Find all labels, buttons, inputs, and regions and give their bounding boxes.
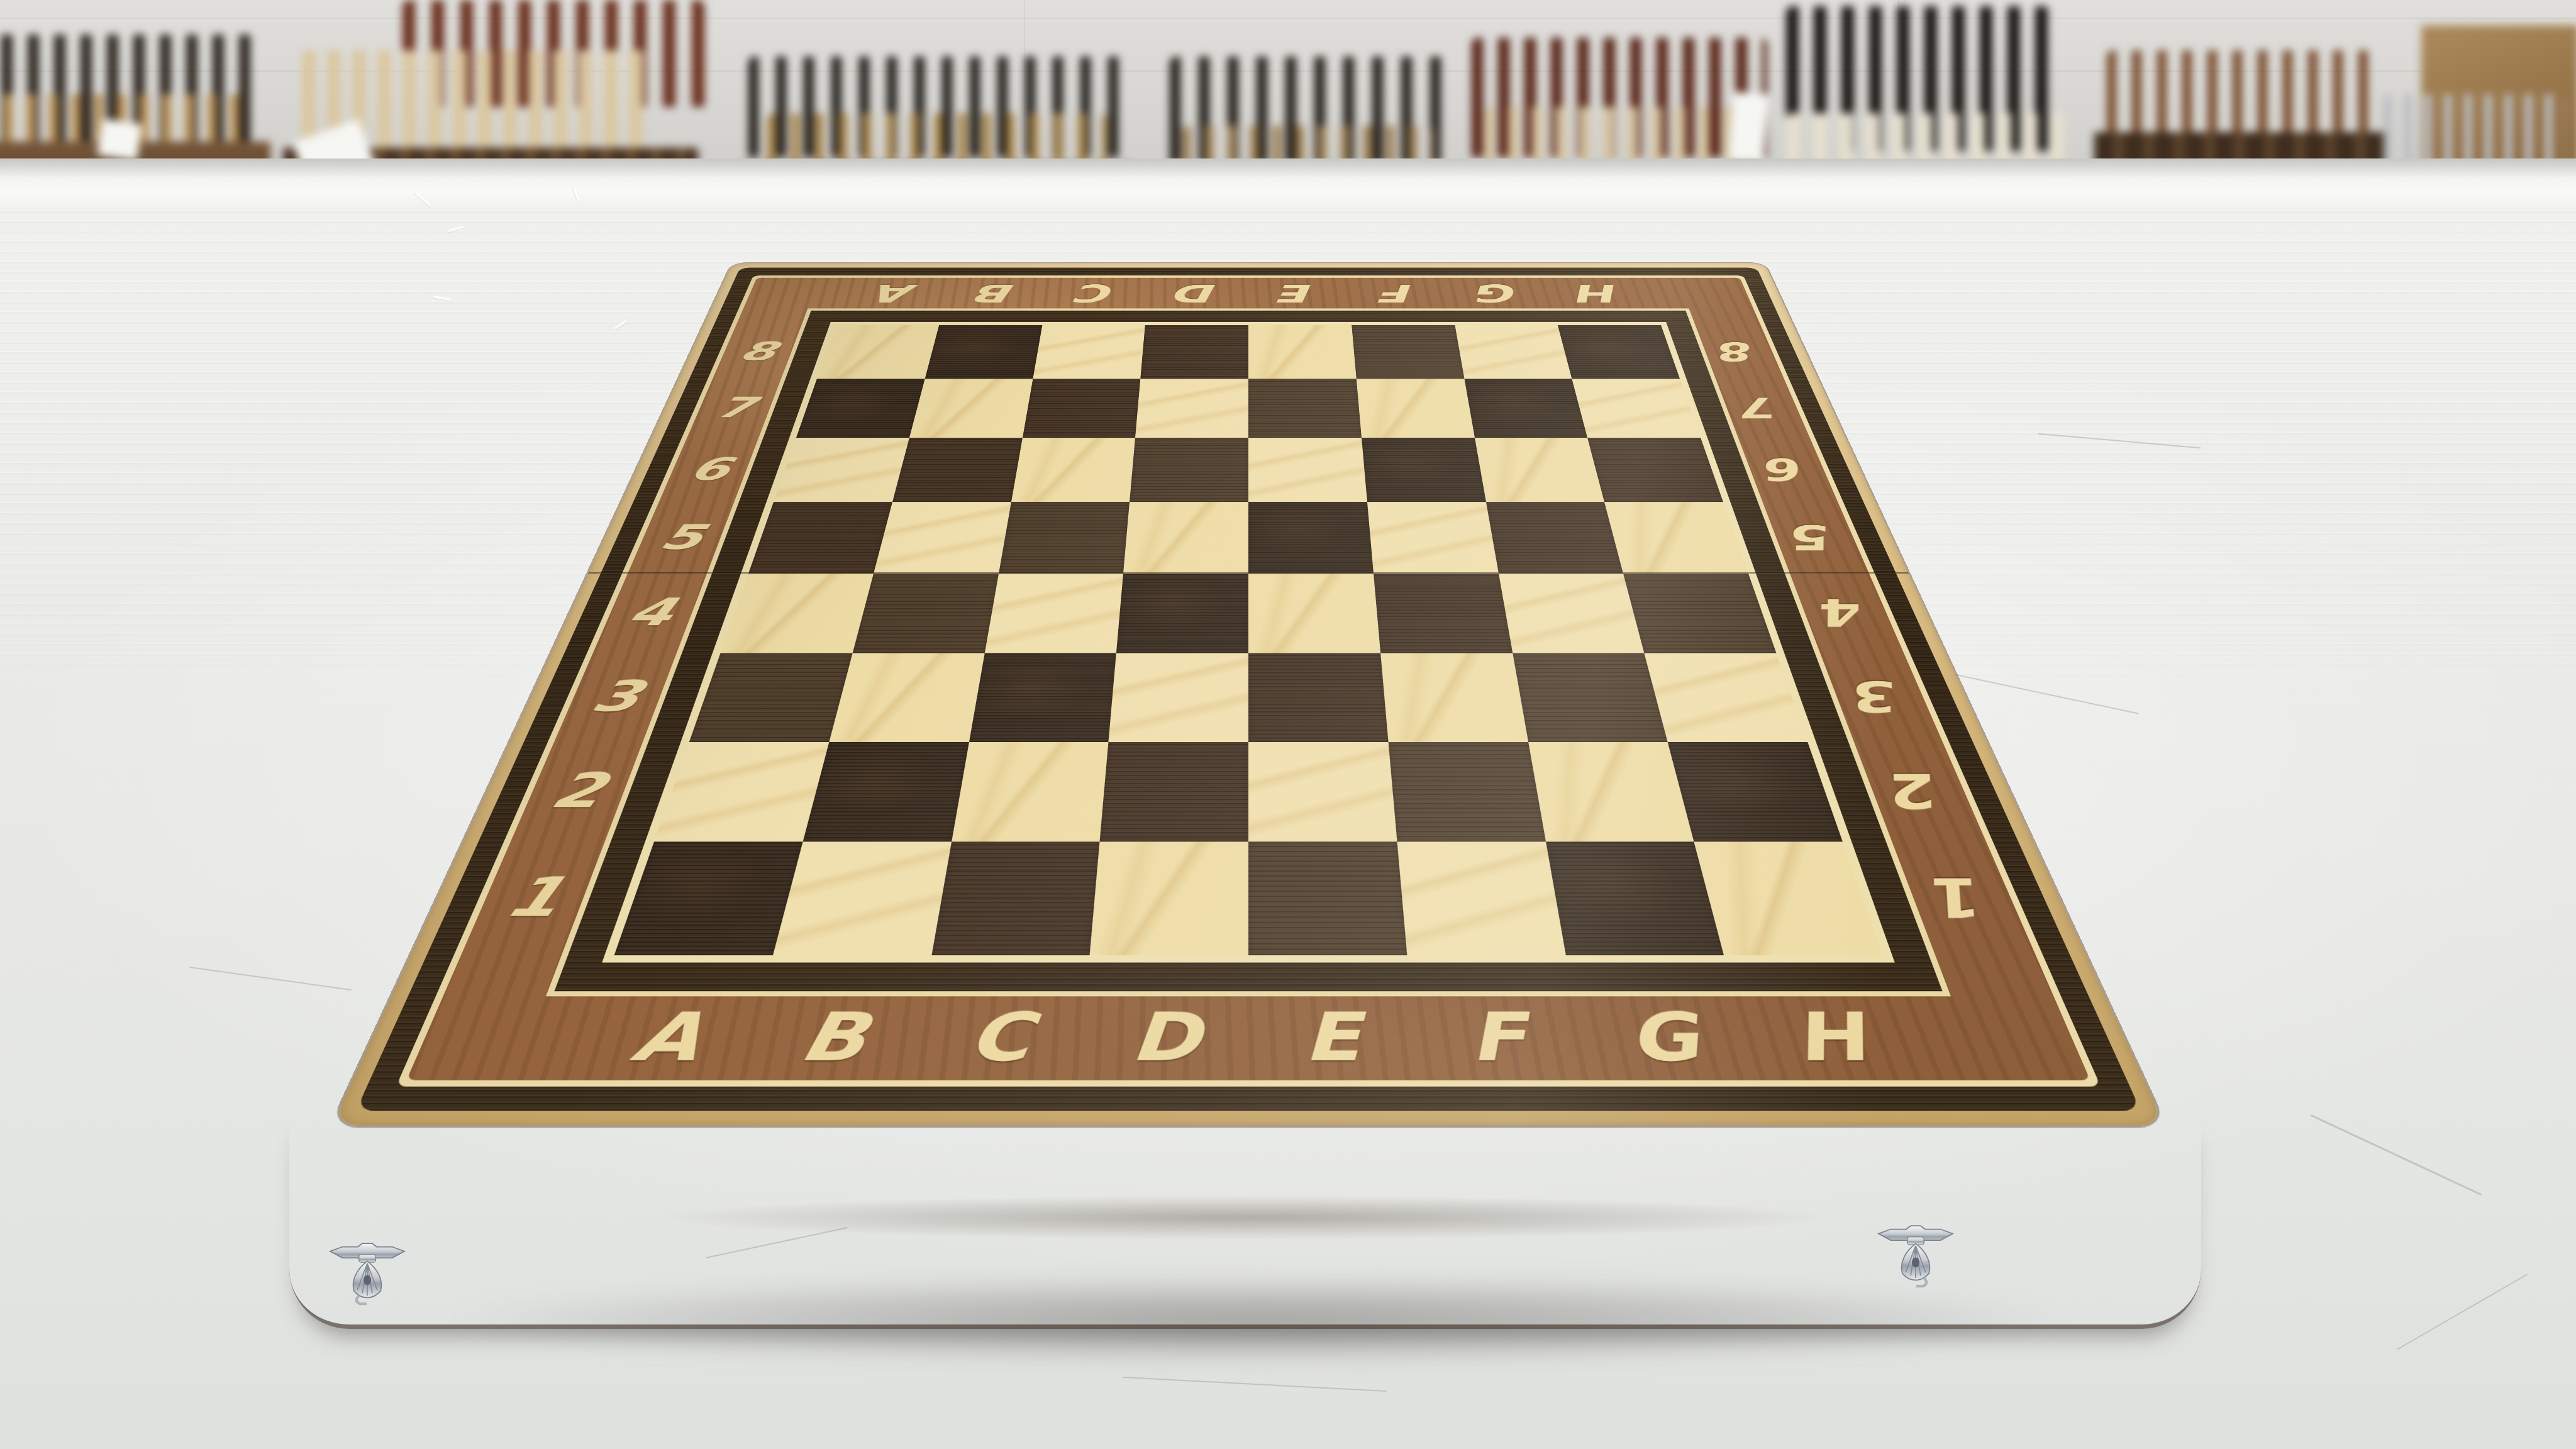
clasp-right bbox=[1874, 1220, 1957, 1289]
wood-streak bbox=[404, 1186, 2086, 1249]
price-tag bbox=[97, 119, 142, 160]
table-scratch bbox=[2310, 1114, 2482, 1196]
table-front-edge bbox=[0, 158, 2576, 214]
clasp-left bbox=[326, 1238, 409, 1307]
table-scratch bbox=[2397, 1274, 2528, 1350]
photo-scene: ABCDEFGHABCDEFGH8765432187654321 bbox=[0, 0, 2576, 1449]
table-scratch bbox=[189, 967, 352, 991]
board-front-edge bbox=[289, 1114, 2201, 1329]
price-tag bbox=[1728, 92, 1768, 162]
